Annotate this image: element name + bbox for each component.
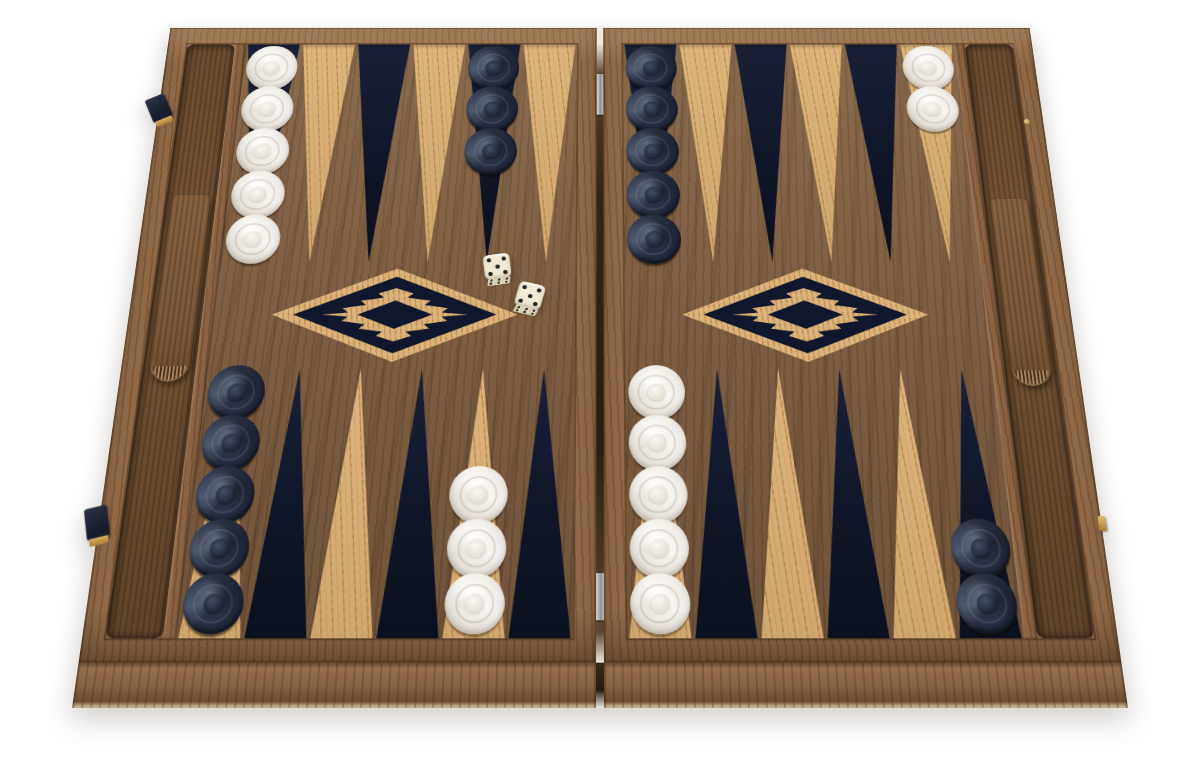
die-pip [501, 257, 506, 262]
checker-white[interactable] [629, 519, 689, 578]
die-pip [522, 285, 527, 290]
diamond-inlay-left [267, 269, 519, 362]
checker-black[interactable] [463, 128, 517, 175]
checker-white[interactable] [448, 466, 508, 523]
point-top-6 [516, 45, 577, 263]
point-bottom-6 [506, 369, 574, 639]
checker-black[interactable] [467, 46, 520, 90]
die-1-showing-5[interactable] [483, 253, 512, 280]
hinge-icon [596, 573, 604, 620]
checker-white[interactable] [223, 215, 282, 264]
point-top-5 [457, 45, 522, 263]
die-pip [495, 264, 500, 269]
white-checker-stack [443, 369, 511, 639]
backgammon-board [72, 28, 1128, 708]
die-pip [487, 258, 492, 263]
checker-white[interactable] [443, 573, 505, 634]
diamond-inlay-right [681, 269, 933, 362]
checker-black[interactable] [199, 415, 263, 471]
point-top-8 [678, 45, 743, 263]
black-checker-stack [625, 45, 681, 263]
brass-pin-icon [1097, 516, 1107, 531]
point-bottom-5 [440, 369, 513, 639]
point-top-7 [623, 45, 684, 263]
checker-black[interactable] [192, 466, 257, 523]
right-playing-field [623, 45, 1024, 639]
oak-point-triangle [678, 45, 743, 263]
checker-white[interactable] [238, 86, 295, 131]
board-right-half [603, 28, 1121, 663]
checker-black[interactable] [625, 46, 677, 90]
clasp-latch-icon[interactable] [84, 504, 110, 541]
checker-black[interactable] [627, 215, 682, 264]
checker-white[interactable] [629, 466, 688, 523]
checker-black[interactable] [205, 365, 268, 419]
front-edge-right [604, 663, 1128, 708]
checker-black[interactable] [626, 171, 680, 219]
product-photo-stage [0, 0, 1200, 767]
front-edge-left [72, 663, 596, 708]
left-playing-field [176, 45, 577, 639]
die-pip [527, 293, 532, 298]
checker-white[interactable] [446, 519, 507, 578]
black-checker-stack [460, 45, 520, 263]
checker-black[interactable] [465, 86, 518, 131]
die-pip [518, 298, 523, 303]
checker-white[interactable] [628, 365, 686, 419]
white-checker-stack [628, 369, 691, 639]
die-pip [536, 288, 541, 293]
checker-white[interactable] [628, 415, 686, 471]
checker-black[interactable] [186, 519, 252, 578]
die-2-showing-5[interactable] [514, 281, 547, 311]
point-bottom-7 [625, 369, 693, 639]
navy-point-triangle [506, 369, 574, 639]
perspective-scene [72, 0, 1128, 708]
brass-screw-icon [1024, 119, 1031, 124]
checker-black[interactable] [625, 86, 678, 131]
right-half-well [623, 45, 1094, 639]
checker-white[interactable] [905, 86, 962, 131]
checker-black[interactable] [626, 128, 679, 175]
checker-black[interactable] [948, 519, 1014, 578]
checker-white[interactable] [630, 573, 691, 634]
oak-point-triangle [516, 45, 577, 263]
checker-black[interactable] [179, 573, 246, 634]
die-pip [503, 270, 508, 275]
checker-white[interactable] [233, 128, 291, 175]
checker-white[interactable] [243, 46, 299, 90]
open-case [79, 28, 1122, 663]
left-half-well [106, 45, 577, 639]
checker-white[interactable] [901, 46, 957, 90]
case-front-edge [72, 663, 1128, 708]
die-pip [532, 301, 537, 306]
die-pip [488, 271, 493, 276]
front-edge-gap [596, 663, 604, 708]
checker-black[interactable] [954, 573, 1021, 634]
checker-white[interactable] [228, 171, 287, 219]
